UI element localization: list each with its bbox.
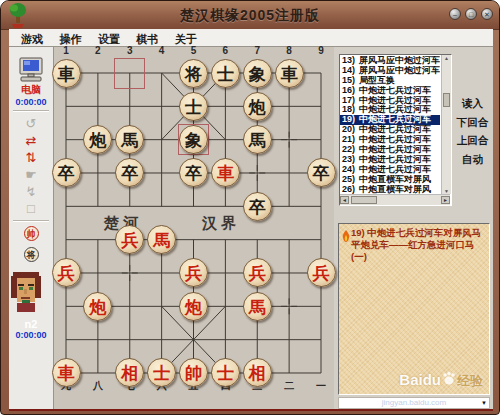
- top-file-label: 6: [215, 45, 235, 56]
- move-list-item-19[interactable]: 19)中炮进七兵过河车: [340, 115, 440, 125]
- computer-label: 电脑: [9, 83, 53, 97]
- move-number: 16): [342, 86, 359, 96]
- move-list-item-22[interactable]: 22)中炮进七兵过河车: [340, 145, 440, 155]
- scroll-right-icon[interactable]: ►: [441, 196, 450, 204]
- baidu-logo-text: Baidu: [399, 371, 441, 388]
- move-text: 中炮进七兵过河车: [359, 86, 431, 95]
- piece-red-炮[interactable]: 炮: [179, 292, 208, 321]
- piece-black-士[interactable]: 士: [211, 59, 240, 88]
- move-list-item-15[interactable]: 15)局型互换: [340, 76, 440, 86]
- flame-icon: [342, 228, 350, 246]
- move-text: 中炮进七兵过河车: [359, 105, 431, 114]
- move-number: 19): [342, 115, 359, 125]
- piece-black-卒[interactable]: 卒: [243, 192, 272, 221]
- piece-black-士[interactable]: 士: [179, 92, 208, 121]
- piece-red-馬[interactable]: 馬: [243, 292, 272, 321]
- auto-button[interactable]: 自动: [452, 153, 493, 167]
- move-number: 22): [342, 145, 359, 155]
- piece-red-兵[interactable]: 兵: [52, 258, 81, 287]
- move-list-item-23[interactable]: 23)中炮进七兵过河车: [340, 155, 440, 165]
- top-file-label: 9: [311, 45, 331, 56]
- move-number: 18): [342, 105, 359, 115]
- vertical-scroll-thumb[interactable]: [443, 93, 450, 107]
- piece-red-車[interactable]: 車: [52, 358, 81, 387]
- piece-black-車[interactable]: 車: [275, 59, 304, 88]
- top-file-label: 2: [88, 45, 108, 56]
- computer-clock: 0:00:00: [9, 97, 53, 107]
- move-text: 中炮进七兵过河车: [359, 125, 431, 134]
- black-side-badge[interactable]: 将: [24, 247, 39, 262]
- move-list-item-25[interactable]: 25)中炮直横车对屏风: [340, 175, 440, 185]
- flip-board-icon[interactable]: ⇅: [9, 149, 53, 166]
- top-file-label: 3: [120, 45, 140, 56]
- player-clock: 0:00:00: [9, 330, 53, 340]
- piece-black-象[interactable]: 象: [179, 125, 208, 154]
- top-file-label: 5: [184, 45, 204, 56]
- move-number: 14): [342, 66, 359, 76]
- move-text: 屏风马应中炮过河车: [359, 56, 440, 65]
- horizontal-scroll-thumb[interactable]: [351, 196, 377, 204]
- app-window: 楚汉棋缘2005注册版 – □ ✕ 游戏 操作 设置 棋书 关于 电脑 0:00…: [0, 0, 500, 415]
- move-text: 中炮进七兵过河车: [359, 145, 431, 154]
- right-panel: 13)屏风马应中炮过河车14)屏风马应中炮过河车15)局型互换16)中炮进七兵过…: [334, 47, 493, 409]
- move-number: 25): [342, 175, 359, 185]
- move-text: 中炮进七兵过河车: [359, 115, 431, 124]
- opening-move-list[interactable]: 13)屏风马应中炮过河车14)屏风马应中炮过河车15)局型互换16)中炮进七兵过…: [339, 54, 452, 206]
- bottom-strip[interactable]: jingyan.baidu.com ▼: [338, 397, 490, 409]
- piece-black-馬[interactable]: 馬: [243, 125, 272, 154]
- baidu-watermark: Baidu 经验: [399, 371, 483, 390]
- move-number: 15): [342, 76, 359, 86]
- move-text: 中炮直横车对屏风: [359, 175, 431, 184]
- red-side-badge[interactable]: 帅: [24, 226, 39, 241]
- move-number: 23): [342, 155, 359, 165]
- xiangqi-board[interactable]: 123456789九八七六五四三二一楚河汉界車将士象車士炮炮馬象馬卒卒卒車卒卒兵…: [54, 47, 334, 409]
- commentary-text: 19) 中炮进七兵过河车对屏风马平炮兑车——红方急进河口马(一): [339, 224, 489, 263]
- prev-round-button[interactable]: 上回合: [452, 134, 493, 148]
- paw-icon: [441, 371, 457, 388]
- board-window-icon[interactable]: □: [9, 200, 53, 217]
- move-number: 24): [342, 165, 359, 175]
- piece-black-将[interactable]: 将: [179, 59, 208, 88]
- move-text: 中炮进七兵过河车: [359, 155, 431, 164]
- last-move-from-marker: [114, 58, 145, 89]
- move-text: 屏风马应中炮过河车: [359, 66, 440, 75]
- scroll-up-icon[interactable]: ▲: [442, 55, 451, 61]
- horizontal-scrollbar[interactable]: ◄ ►: [340, 194, 450, 205]
- close-button[interactable]: ✕: [481, 8, 493, 20]
- swap-sides-icon[interactable]: ⇄: [9, 132, 53, 149]
- move-list-rows: 13)屏风马应中炮过河车14)屏风马应中炮过河车15)局型互换16)中炮进七兵过…: [340, 56, 440, 194]
- sidebar-divider: [13, 110, 49, 112]
- top-file-label: 7: [247, 45, 267, 56]
- move-number: 13): [342, 56, 359, 66]
- computer-icon: [9, 57, 53, 83]
- menu-item-game[interactable]: 游戏: [21, 32, 43, 47]
- piece-black-炮[interactable]: 炮: [243, 92, 272, 121]
- move-list-item-24[interactable]: 24)中炮进七兵过河车: [340, 165, 440, 175]
- move-text: 中炮进七兵过河车: [359, 165, 431, 174]
- commentary-panel: 19) 中炮进七兵过河车对屏风马平炮兑车——红方急进河口马(一) Baidu 经…: [338, 223, 490, 395]
- bottom-file-label: 二: [279, 379, 299, 393]
- dropdown-arrow-icon[interactable]: ▼: [481, 400, 487, 407]
- scroll-left-icon[interactable]: ◄: [340, 196, 349, 204]
- player-avatar: [9, 270, 53, 316]
- move-list-item-17[interactable]: 17)中炮进七兵过河车: [340, 96, 440, 106]
- load-button[interactable]: 读入: [452, 97, 493, 111]
- move-text: 中炮进七兵过河车: [359, 135, 431, 144]
- sidebar-divider: [13, 220, 49, 222]
- move-number: 17): [342, 96, 359, 106]
- left-toolbar: 电脑 0:00:00 ↺⇄⇅☛↯□ 帅 将 n2: [9, 47, 54, 409]
- frame-accent-line: [9, 409, 493, 411]
- piece-black-象[interactable]: 象: [243, 59, 272, 88]
- top-file-label: 4: [152, 45, 172, 56]
- minimize-button[interactable]: –: [449, 8, 461, 20]
- move-text: 中炮进七兵过河车: [359, 96, 431, 105]
- piece-red-炮[interactable]: 炮: [83, 292, 112, 321]
- piece-black-卒[interactable]: 卒: [52, 158, 81, 187]
- maximize-button[interactable]: □: [465, 8, 477, 20]
- lightning-icon[interactable]: ↯: [9, 183, 53, 200]
- piece-black-車[interactable]: 車: [52, 59, 81, 88]
- move-list-item-13[interactable]: 13)屏风马应中炮过河车: [340, 56, 440, 66]
- river-label-right: 汉界: [202, 214, 240, 233]
- top-file-label: 1: [56, 45, 76, 56]
- undo-icon[interactable]: ↺: [9, 115, 53, 132]
- url-watermark: jingyan.baidu.com: [339, 398, 489, 408]
- tool-icon-column: ↺⇄⇅☛↯□: [9, 115, 53, 217]
- title-bar: 楚汉棋缘2005注册版 – □ ✕: [1, 1, 499, 30]
- player-name: n2: [9, 318, 53, 330]
- move-list-item-21[interactable]: 21)中炮进七兵过河车: [340, 135, 440, 145]
- move-text: 中炮直横车对屏风: [359, 185, 431, 194]
- window-title: 楚汉棋缘2005注册版: [1, 7, 499, 25]
- move-list-item-14[interactable]: 14)屏风马应中炮过河车: [340, 66, 440, 76]
- move-number: 20): [342, 125, 359, 135]
- move-list-item-26[interactable]: 26)中炮直横车对屏风: [340, 185, 440, 195]
- move-list-item-16[interactable]: 16)中炮进七兵过河车: [340, 86, 440, 96]
- move-list-item-18[interactable]: 18)中炮进七兵过河车: [340, 105, 440, 115]
- bottom-file-label: 八: [88, 379, 108, 393]
- hint-hand-icon[interactable]: ☛: [9, 166, 53, 183]
- move-list-item-20[interactable]: 20)中炮进七兵过河车: [340, 125, 440, 135]
- move-number: 21): [342, 135, 359, 145]
- next-round-button[interactable]: 下回合: [452, 116, 493, 130]
- baidu-suffix-text: 经验: [457, 373, 483, 388]
- move-number: 26): [342, 185, 359, 195]
- piece-red-兵[interactable]: 兵: [307, 258, 336, 287]
- move-text: 局型互换: [359, 76, 395, 85]
- bottom-file-label: 一: [311, 379, 331, 393]
- piece-black-卒[interactable]: 卒: [307, 158, 336, 187]
- top-file-label: 8: [279, 45, 299, 56]
- vertical-scrollbar[interactable]: ▲ ▼: [441, 55, 451, 194]
